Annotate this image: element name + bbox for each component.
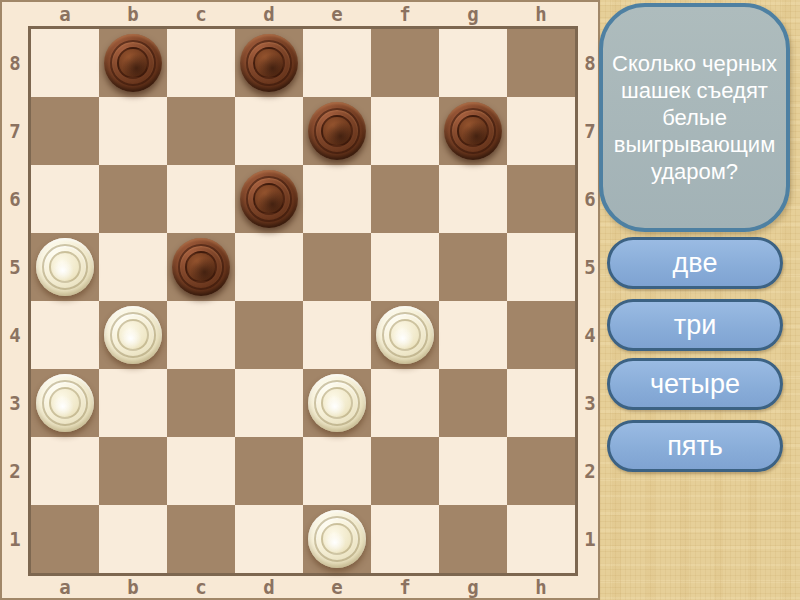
square-b3 [99, 369, 167, 437]
checker-white [308, 374, 366, 432]
coordinate-label: f [371, 576, 439, 598]
checker-black [444, 102, 502, 160]
square-b6 [99, 165, 167, 233]
coordinate-label: g [439, 2, 507, 26]
coordinate-label: h [507, 576, 575, 598]
coordinate-label: 3 [579, 369, 601, 437]
square-d4 [235, 301, 303, 369]
square-a4 [31, 301, 99, 369]
square-c5 [167, 233, 235, 301]
board-grid [28, 26, 578, 576]
coordinate-label: 8 [2, 29, 28, 97]
square-g1 [439, 505, 507, 573]
square-d7 [235, 97, 303, 165]
question-panel: Сколько черных шашек съедят белые выигры… [599, 3, 790, 232]
square-g7 [439, 97, 507, 165]
coordinate-label: 3 [2, 369, 28, 437]
square-c6 [167, 165, 235, 233]
square-c4 [167, 301, 235, 369]
square-f6 [371, 165, 439, 233]
square-h6 [507, 165, 575, 233]
square-a1 [31, 505, 99, 573]
square-c2 [167, 437, 235, 505]
square-h5 [507, 233, 575, 301]
square-g8 [439, 29, 507, 97]
square-e3 [303, 369, 371, 437]
answer-button-1[interactable]: две [607, 237, 783, 289]
coordinate-label: g [439, 576, 507, 598]
square-d8 [235, 29, 303, 97]
square-e8 [303, 29, 371, 97]
question-line: Сколько черных [612, 50, 777, 77]
coordinate-label: c [167, 576, 235, 598]
square-a5 [31, 233, 99, 301]
coordinate-label: 7 [2, 97, 28, 165]
coordinate-label: 8 [579, 29, 601, 97]
square-b7 [99, 97, 167, 165]
coordinate-label: 6 [579, 165, 601, 233]
square-c7 [167, 97, 235, 165]
question-line: выигрывающим [614, 131, 776, 158]
rank-labels-right: 87654321 [579, 29, 601, 573]
square-e1 [303, 505, 371, 573]
quiz-slide: abcdefgh abcdefgh 87654321 87654321 Скол… [0, 0, 800, 600]
square-a7 [31, 97, 99, 165]
checker-white [308, 510, 366, 568]
square-e7 [303, 97, 371, 165]
coordinate-label: b [99, 576, 167, 598]
square-d6 [235, 165, 303, 233]
square-e2 [303, 437, 371, 505]
question-line: ударом? [651, 158, 738, 185]
coordinate-label: 4 [2, 301, 28, 369]
coordinate-label: 1 [2, 505, 28, 573]
square-d1 [235, 505, 303, 573]
checker-black [104, 34, 162, 92]
checker-black [308, 102, 366, 160]
checker-white [36, 374, 94, 432]
coordinate-label: 6 [2, 165, 28, 233]
square-d5 [235, 233, 303, 301]
square-a6 [31, 165, 99, 233]
checker-black [240, 34, 298, 92]
square-f8 [371, 29, 439, 97]
square-b4 [99, 301, 167, 369]
square-e4 [303, 301, 371, 369]
square-a3 [31, 369, 99, 437]
file-labels-bottom: abcdefgh [31, 576, 575, 598]
square-a2 [31, 437, 99, 505]
coordinate-label: a [31, 576, 99, 598]
coordinate-label: f [371, 2, 439, 26]
square-f2 [371, 437, 439, 505]
square-f4 [371, 301, 439, 369]
coordinate-label: h [507, 2, 575, 26]
coordinate-label: 4 [579, 301, 601, 369]
square-f5 [371, 233, 439, 301]
square-b5 [99, 233, 167, 301]
checker-black [240, 170, 298, 228]
answer-button-4[interactable]: пять [607, 420, 783, 472]
square-g3 [439, 369, 507, 437]
square-b2 [99, 437, 167, 505]
coordinate-label: 2 [579, 437, 601, 505]
square-e5 [303, 233, 371, 301]
checker-white [104, 306, 162, 364]
coordinate-label: e [303, 576, 371, 598]
coordinate-label: b [99, 2, 167, 26]
square-h2 [507, 437, 575, 505]
square-b8 [99, 29, 167, 97]
checker-white [376, 306, 434, 364]
coordinate-label: d [235, 2, 303, 26]
checkers-board: abcdefgh abcdefgh 87654321 87654321 [0, 0, 600, 600]
coordinate-label: 1 [579, 505, 601, 573]
square-g5 [439, 233, 507, 301]
square-h3 [507, 369, 575, 437]
file-labels-top: abcdefgh [31, 2, 575, 26]
square-g6 [439, 165, 507, 233]
checker-white [36, 238, 94, 296]
square-c3 [167, 369, 235, 437]
coordinate-label: 7 [579, 97, 601, 165]
square-d3 [235, 369, 303, 437]
square-f1 [371, 505, 439, 573]
checker-black [172, 238, 230, 296]
square-g4 [439, 301, 507, 369]
square-a8 [31, 29, 99, 97]
answer-button-2[interactable]: три [607, 299, 783, 351]
square-b1 [99, 505, 167, 573]
coordinate-label: 2 [2, 437, 28, 505]
square-f3 [371, 369, 439, 437]
answer-button-3[interactable]: четыре [607, 358, 783, 410]
square-f7 [371, 97, 439, 165]
question-line: шашек съедят [621, 77, 768, 104]
coordinate-label: 5 [2, 233, 28, 301]
square-h1 [507, 505, 575, 573]
square-d2 [235, 437, 303, 505]
rank-labels-left: 87654321 [2, 29, 28, 573]
square-e6 [303, 165, 371, 233]
coordinate-label: e [303, 2, 371, 26]
coordinate-label: 5 [579, 233, 601, 301]
coordinate-label: a [31, 2, 99, 26]
square-c1 [167, 505, 235, 573]
square-h4 [507, 301, 575, 369]
question-line: белые [662, 104, 727, 131]
coordinate-label: c [167, 2, 235, 26]
coordinate-label: d [235, 576, 303, 598]
square-g2 [439, 437, 507, 505]
square-h8 [507, 29, 575, 97]
square-c8 [167, 29, 235, 97]
square-h7 [507, 97, 575, 165]
